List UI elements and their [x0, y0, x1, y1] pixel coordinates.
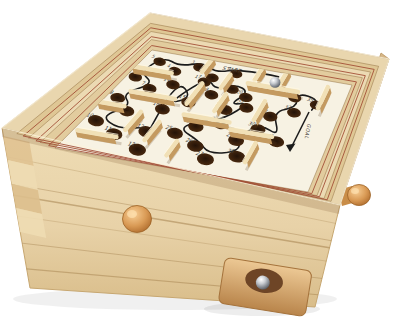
labyrinth-product-photo: 1234567891011121314151617181920212223242… — [0, 0, 400, 317]
steel-ball-start — [270, 77, 281, 88]
front-knob[interactable] — [123, 206, 152, 233]
labyrinth-board-svg: 1234567891011121314151617181920212223242… — [0, 0, 400, 317]
knob-highlight — [351, 188, 359, 194]
knob-highlight — [127, 210, 137, 218]
